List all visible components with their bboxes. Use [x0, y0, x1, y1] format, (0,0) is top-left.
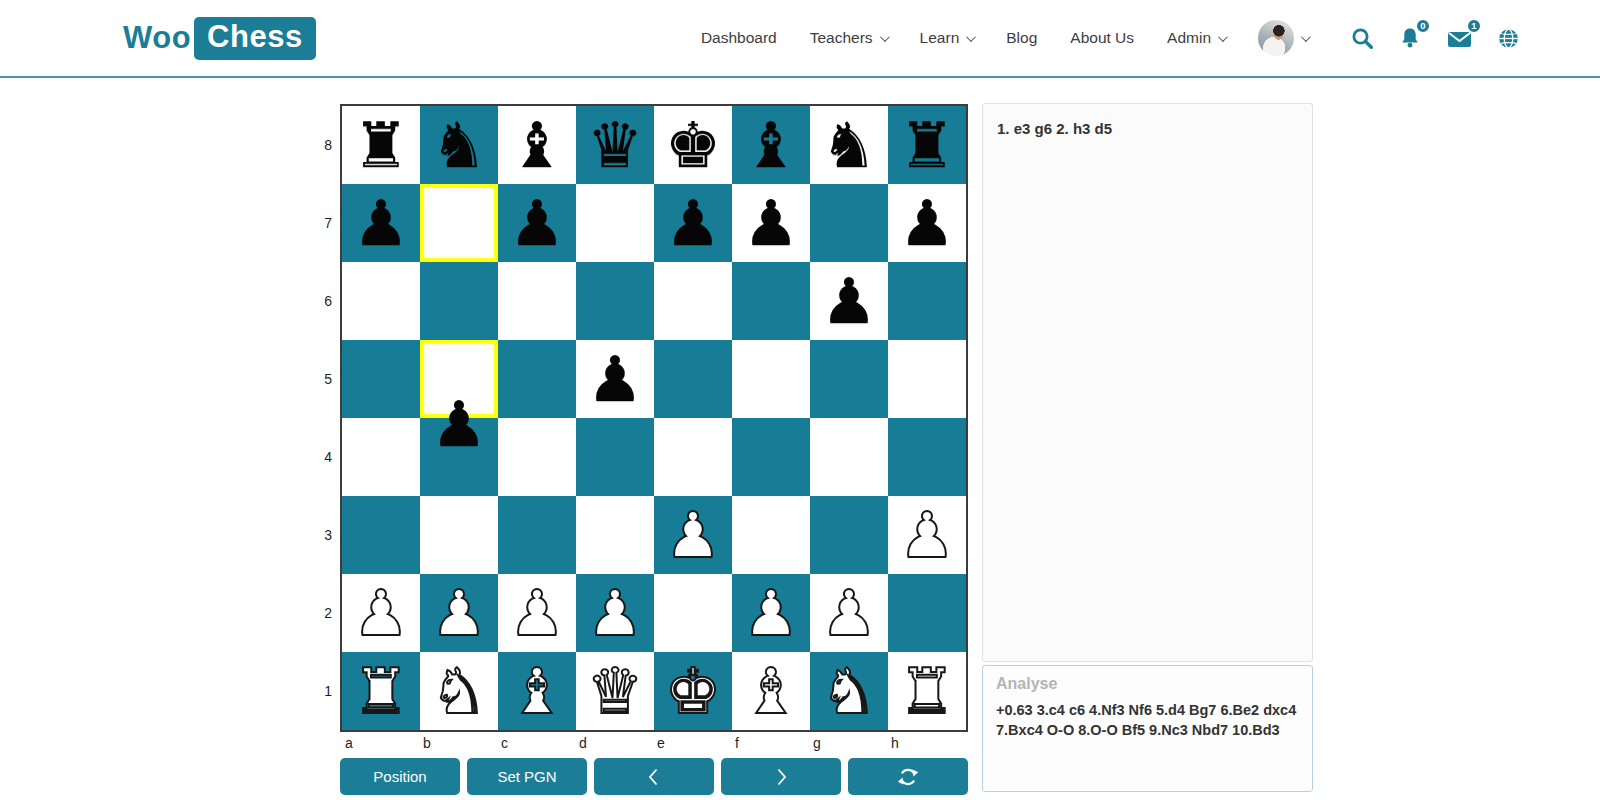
flip-refresh-button[interactable]: [848, 758, 968, 795]
square-f5[interactable]: [732, 340, 810, 418]
square-f4[interactable]: [732, 418, 810, 496]
file-label-e: e: [652, 735, 730, 751]
nav-label: About Us: [1070, 29, 1134, 47]
piece-black-pawn[interactable]: ♟: [810, 262, 888, 340]
nav-item-blog[interactable]: Blog: [1006, 29, 1037, 47]
square-c1[interactable]: ♝: [498, 652, 576, 730]
rank-label-5: 5: [314, 340, 340, 418]
piece-black-bishop[interactable]: ♝: [732, 106, 810, 184]
square-b1[interactable]: ♞: [420, 652, 498, 730]
piece-white-pawn[interactable]: ♟: [810, 574, 888, 652]
piece-white-pawn[interactable]: ♟: [420, 574, 498, 652]
square-f6[interactable]: [732, 262, 810, 340]
chevron-down-icon: [1301, 32, 1311, 42]
square-h1[interactable]: ♜: [888, 652, 966, 730]
square-a8[interactable]: ♜: [342, 106, 420, 184]
square-e4[interactable]: [654, 418, 732, 496]
square-a4[interactable]: [342, 418, 420, 496]
board-controls: Position Set PGN: [340, 758, 968, 795]
square-b5[interactable]: ♟: [420, 340, 498, 418]
square-g4[interactable]: [810, 418, 888, 496]
square-f8[interactable]: ♝: [732, 106, 810, 184]
rank-label-7: 7: [314, 184, 340, 262]
piece-white-pawn[interactable]: ♟: [654, 496, 732, 574]
square-g6[interactable]: ♟: [810, 262, 888, 340]
move-list-panel: 1. e3 g6 2. h3 d5: [982, 103, 1313, 662]
square-a3[interactable]: [342, 496, 420, 574]
piece-white-pawn[interactable]: ♟: [498, 574, 576, 652]
file-label-f: f: [730, 735, 808, 751]
square-c4[interactable]: [498, 418, 576, 496]
analyse-panel: Analyse +0.63 3.c4 c6 4.Nf3 Nf6 5.d4 Bg7…: [982, 665, 1313, 792]
rank-label-4: 4: [314, 418, 340, 496]
chess-board: ♜♞♝♛♚♝♞♜♟♟♟♟♟♟♟♟♟♟♟♟♟♟♟♟♜♞♝♛♚♝♞♜: [340, 104, 968, 732]
logo-text-chess: Chess: [194, 17, 316, 60]
square-e5[interactable]: [654, 340, 732, 418]
square-g8[interactable]: ♞: [810, 106, 888, 184]
piece-black-pawn[interactable]: ♟: [888, 184, 966, 262]
square-c5[interactable]: [498, 340, 576, 418]
piece-white-pawn[interactable]: ♟: [342, 574, 420, 652]
square-d8[interactable]: ♛: [576, 106, 654, 184]
piece-white-pawn[interactable]: ♟: [732, 574, 810, 652]
square-d2[interactable]: ♟: [576, 574, 654, 652]
notifications-bell-icon[interactable]: 0: [1398, 26, 1422, 50]
square-b2[interactable]: ♟: [420, 574, 498, 652]
chevron-down-icon: [1218, 32, 1228, 42]
piece-black-pawn[interactable]: ♟: [420, 385, 498, 463]
square-e2[interactable]: [654, 574, 732, 652]
piece-white-rook[interactable]: ♜: [888, 652, 966, 730]
piece-black-rook[interactable]: ♜: [888, 106, 966, 184]
square-h2[interactable]: [888, 574, 966, 652]
piece-black-king[interactable]: ♚: [654, 106, 732, 184]
search-icon[interactable]: [1350, 26, 1374, 50]
square-d7[interactable]: [576, 184, 654, 262]
square-a6[interactable]: [342, 262, 420, 340]
square-h4[interactable]: [888, 418, 966, 496]
square-e8[interactable]: ♚: [654, 106, 732, 184]
square-a2[interactable]: ♟: [342, 574, 420, 652]
piece-black-pawn[interactable]: ♟: [732, 184, 810, 262]
nav-label: Dashboard: [701, 29, 777, 47]
user-avatar[interactable]: [1258, 20, 1294, 56]
nav-item-about-us[interactable]: About Us: [1070, 29, 1134, 47]
square-b6[interactable]: [420, 262, 498, 340]
piece-black-pawn[interactable]: ♟: [654, 184, 732, 262]
nav-label: Learn: [920, 29, 960, 47]
piece-white-rook[interactable]: ♜: [342, 652, 420, 730]
piece-white-pawn[interactable]: ♟: [888, 496, 966, 574]
user-menu[interactable]: [1258, 20, 1308, 56]
chevron-down-icon: [966, 32, 976, 42]
square-b8[interactable]: ♞: [420, 106, 498, 184]
chevron-down-icon: [880, 32, 890, 42]
square-g5[interactable]: [810, 340, 888, 418]
notifications-badge: 0: [1415, 18, 1431, 34]
nav-label: Admin: [1167, 29, 1211, 47]
rank-label-2: 2: [314, 574, 340, 652]
piece-black-rook[interactable]: ♜: [342, 106, 420, 184]
square-a7[interactable]: ♟: [342, 184, 420, 262]
nav-label: Teachers: [810, 29, 873, 47]
square-c6[interactable]: [498, 262, 576, 340]
rank-label-3: 3: [314, 496, 340, 574]
analyse-evaluation-line: +0.63 3.c4 c6 4.Nf3 Nf6 5.d4 Bg7 6.Be2 d…: [996, 700, 1299, 740]
file-label-h: h: [886, 735, 964, 751]
messages-badge: 1: [1466, 18, 1482, 34]
rank-label-1: 1: [314, 652, 340, 730]
square-c7[interactable]: ♟: [498, 184, 576, 262]
square-h5[interactable]: [888, 340, 966, 418]
header-icons: 0 1: [1350, 26, 1520, 50]
refresh-icon: [895, 764, 921, 790]
logo-text-woo: Woo: [123, 20, 191, 56]
nav-item-teachers[interactable]: Teachers: [810, 29, 887, 47]
piece-black-knight[interactable]: ♞: [420, 106, 498, 184]
file-label-c: c: [496, 735, 574, 751]
square-b3[interactable]: [420, 496, 498, 574]
piece-black-pawn[interactable]: ♟: [576, 340, 654, 418]
square-b7[interactable]: [420, 184, 498, 262]
piece-black-queen[interactable]: ♛: [576, 106, 654, 184]
square-f3[interactable]: [732, 496, 810, 574]
square-a1[interactable]: ♜: [342, 652, 420, 730]
file-label-g: g: [808, 735, 886, 751]
file-label-a: a: [340, 735, 418, 751]
square-e1[interactable]: ♚: [654, 652, 732, 730]
piece-white-knight[interactable]: ♞: [420, 652, 498, 730]
messages-mail-icon[interactable]: 1: [1446, 26, 1473, 50]
rank-label-8: 8: [314, 106, 340, 184]
square-g7[interactable]: [810, 184, 888, 262]
square-g3[interactable]: [810, 496, 888, 574]
board-area: 87654321 ♜♞♝♛♚♝♞♜♟♟♟♟♟♟♟♟♟♟♟♟♟♟♟♟♜♞♝♛♚♝♞…: [314, 104, 968, 751]
square-d4[interactable]: [576, 418, 654, 496]
square-d3[interactable]: [576, 496, 654, 574]
square-c3[interactable]: [498, 496, 576, 574]
rank-label-6: 6: [314, 262, 340, 340]
square-c8[interactable]: ♝: [498, 106, 576, 184]
chevron-right-icon: [769, 765, 793, 789]
piece-white-knight[interactable]: ♞: [810, 652, 888, 730]
main-nav: Dashboard Teachers Learn Blog About Us A…: [701, 20, 1308, 56]
analyse-title: Analyse: [996, 675, 1299, 693]
square-e6[interactable]: [654, 262, 732, 340]
square-e3[interactable]: ♟: [654, 496, 732, 574]
piece-white-pawn[interactable]: ♟: [576, 574, 654, 652]
globe-icon[interactable]: [1497, 27, 1520, 50]
piece-white-queen[interactable]: ♛: [576, 652, 654, 730]
piece-white-king[interactable]: ♚: [654, 652, 732, 730]
square-c2[interactable]: ♟: [498, 574, 576, 652]
square-a5[interactable]: [342, 340, 420, 418]
logo[interactable]: Woo Chess: [123, 17, 316, 60]
move-list-text: 1. e3 g6 2. h3 d5: [997, 120, 1112, 137]
nav-item-learn[interactable]: Learn: [920, 29, 974, 47]
set-pgn-button[interactable]: Set PGN: [467, 758, 587, 795]
square-e7[interactable]: ♟: [654, 184, 732, 262]
next-move-button[interactable]: [721, 758, 841, 795]
header: Woo Chess Dashboard Teachers Learn Blog …: [0, 0, 1600, 78]
square-d1[interactable]: ♛: [576, 652, 654, 730]
file-labels: abcdefgh: [340, 735, 968, 751]
square-g1[interactable]: ♞: [810, 652, 888, 730]
square-h6[interactable]: [888, 262, 966, 340]
square-h8[interactable]: ♜: [888, 106, 966, 184]
square-d6[interactable]: [576, 262, 654, 340]
piece-white-bishop[interactable]: ♝: [732, 652, 810, 730]
square-g2[interactable]: ♟: [810, 574, 888, 652]
piece-black-bishop[interactable]: ♝: [498, 106, 576, 184]
square-h7[interactable]: ♟: [888, 184, 966, 262]
chevron-left-icon: [642, 765, 666, 789]
file-label-d: d: [574, 735, 652, 751]
square-f7[interactable]: ♟: [732, 184, 810, 262]
square-h3[interactable]: ♟: [888, 496, 966, 574]
square-d5[interactable]: ♟: [576, 340, 654, 418]
square-f1[interactable]: ♝: [732, 652, 810, 730]
nav-item-admin[interactable]: Admin: [1167, 29, 1225, 47]
prev-move-button[interactable]: [594, 758, 714, 795]
nav-item-dashboard[interactable]: Dashboard: [701, 29, 777, 47]
rank-labels: 87654321: [314, 106, 340, 732]
piece-black-pawn[interactable]: ♟: [342, 184, 420, 262]
nav-label: Blog: [1006, 29, 1037, 47]
piece-white-bishop[interactable]: ♝: [498, 652, 576, 730]
piece-black-knight[interactable]: ♞: [810, 106, 888, 184]
position-button[interactable]: Position: [340, 758, 460, 795]
square-f2[interactable]: ♟: [732, 574, 810, 652]
file-label-b: b: [418, 735, 496, 751]
piece-black-pawn[interactable]: ♟: [498, 184, 576, 262]
